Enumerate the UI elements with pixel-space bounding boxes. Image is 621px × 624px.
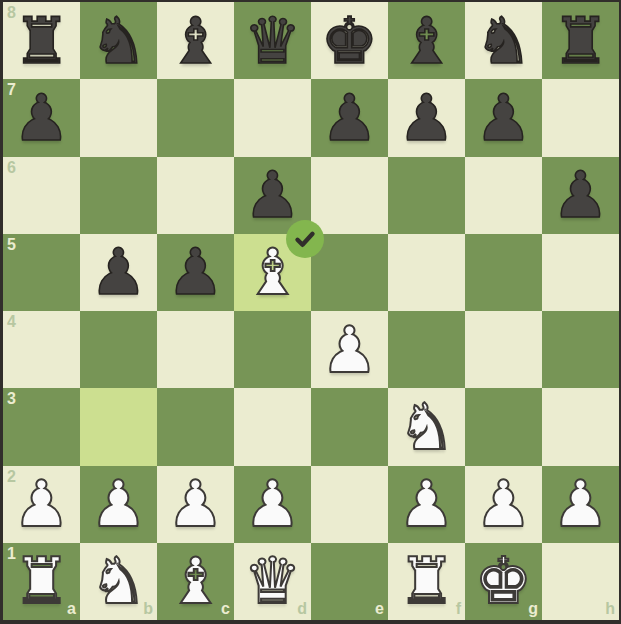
black-pawn[interactable]: ♟: [388, 79, 465, 156]
square-c6[interactable]: [157, 157, 234, 234]
square-g8[interactable]: ♞: [465, 2, 542, 79]
white-pawn[interactable]: ♟: [388, 466, 465, 543]
square-a5[interactable]: 5: [3, 234, 80, 311]
square-b1[interactable]: ♞b: [80, 543, 157, 620]
square-e7[interactable]: ♟: [311, 79, 388, 156]
square-f2[interactable]: ♟: [388, 466, 465, 543]
square-b6[interactable]: [80, 157, 157, 234]
black-pawn[interactable]: ♟: [311, 79, 388, 156]
white-bishop[interactable]: ♝: [157, 543, 234, 620]
square-d4[interactable]: [234, 311, 311, 388]
square-a8[interactable]: ♜8: [3, 2, 80, 79]
square-b8[interactable]: ♞: [80, 2, 157, 79]
black-king[interactable]: ♚: [311, 2, 388, 79]
square-h5[interactable]: [542, 234, 619, 311]
square-d5[interactable]: ♝: [234, 234, 311, 311]
white-bishop[interactable]: ♝: [234, 234, 311, 311]
white-pawn[interactable]: ♟: [465, 466, 542, 543]
black-pawn[interactable]: ♟: [80, 234, 157, 311]
white-pawn[interactable]: ♟: [542, 466, 619, 543]
square-h4[interactable]: [542, 311, 619, 388]
square-h3[interactable]: [542, 388, 619, 465]
square-g3[interactable]: [465, 388, 542, 465]
square-c3[interactable]: [157, 388, 234, 465]
black-pawn[interactable]: ♟: [3, 79, 80, 156]
rank-label-3: 3: [7, 391, 16, 407]
square-f5[interactable]: [388, 234, 465, 311]
black-knight[interactable]: ♞: [465, 2, 542, 79]
square-d6[interactable]: ♟: [234, 157, 311, 234]
square-c1[interactable]: ♝c: [157, 543, 234, 620]
black-pawn[interactable]: ♟: [465, 79, 542, 156]
black-pawn[interactable]: ♟: [157, 234, 234, 311]
square-h6[interactable]: ♟: [542, 157, 619, 234]
white-knight[interactable]: ♞: [80, 543, 157, 620]
square-b2[interactable]: ♟: [80, 466, 157, 543]
chess-board: ♜8♞♝♛♚♝♞♜♟7♟♟♟6♟♟5♟♟♝4♟3♞♟2♟♟♟♟♟♟♜1a♞b♝c…: [3, 2, 619, 620]
square-e2[interactable]: [311, 466, 388, 543]
white-queen[interactable]: ♛: [234, 543, 311, 620]
square-d3[interactable]: [234, 388, 311, 465]
square-d2[interactable]: ♟: [234, 466, 311, 543]
black-pawn[interactable]: ♟: [234, 157, 311, 234]
square-h8[interactable]: ♜: [542, 2, 619, 79]
square-h2[interactable]: ♟: [542, 466, 619, 543]
square-a2[interactable]: ♟2: [3, 466, 80, 543]
black-pawn[interactable]: ♟: [542, 157, 619, 234]
square-d8[interactable]: ♛: [234, 2, 311, 79]
white-rook[interactable]: ♜: [3, 543, 80, 620]
rank-label-4: 4: [7, 314, 16, 330]
square-h7[interactable]: [542, 79, 619, 156]
square-c7[interactable]: [157, 79, 234, 156]
black-bishop[interactable]: ♝: [388, 2, 465, 79]
square-f7[interactable]: ♟: [388, 79, 465, 156]
square-g2[interactable]: ♟: [465, 466, 542, 543]
square-g4[interactable]: [465, 311, 542, 388]
square-f4[interactable]: [388, 311, 465, 388]
black-queen[interactable]: ♛: [234, 2, 311, 79]
square-e4[interactable]: ♟: [311, 311, 388, 388]
white-rook[interactable]: ♜: [388, 543, 465, 620]
square-b5[interactable]: ♟: [80, 234, 157, 311]
square-e6[interactable]: [311, 157, 388, 234]
black-bishop[interactable]: ♝: [157, 2, 234, 79]
square-a4[interactable]: 4: [3, 311, 80, 388]
white-knight[interactable]: ♞: [388, 388, 465, 465]
square-a6[interactable]: 6: [3, 157, 80, 234]
black-rook[interactable]: ♜: [3, 2, 80, 79]
square-a3[interactable]: 3: [3, 388, 80, 465]
white-pawn[interactable]: ♟: [234, 466, 311, 543]
white-pawn[interactable]: ♟: [80, 466, 157, 543]
square-b3[interactable]: [80, 388, 157, 465]
square-f3[interactable]: ♞: [388, 388, 465, 465]
square-b7[interactable]: [80, 79, 157, 156]
square-f6[interactable]: [388, 157, 465, 234]
square-e1[interactable]: e: [311, 543, 388, 620]
square-g7[interactable]: ♟: [465, 79, 542, 156]
square-c2[interactable]: ♟: [157, 466, 234, 543]
square-g1[interactable]: ♚g: [465, 543, 542, 620]
square-h1[interactable]: h: [542, 543, 619, 620]
square-d1[interactable]: ♛d: [234, 543, 311, 620]
black-rook[interactable]: ♜: [542, 2, 619, 79]
white-pawn[interactable]: ♟: [311, 311, 388, 388]
square-f1[interactable]: ♜f: [388, 543, 465, 620]
square-c5[interactable]: ♟: [157, 234, 234, 311]
square-g5[interactable]: [465, 234, 542, 311]
square-a7[interactable]: ♟7: [3, 79, 80, 156]
white-pawn[interactable]: ♟: [157, 466, 234, 543]
white-king[interactable]: ♚: [465, 543, 542, 620]
square-a1[interactable]: ♜1a: [3, 543, 80, 620]
rank-label-5: 5: [7, 237, 16, 253]
white-pawn[interactable]: ♟: [3, 466, 80, 543]
square-c8[interactable]: ♝: [157, 2, 234, 79]
file-label-e: e: [375, 601, 384, 617]
square-d7[interactable]: [234, 79, 311, 156]
file-label-h: h: [605, 601, 615, 617]
square-e8[interactable]: ♚: [311, 2, 388, 79]
square-e5[interactable]: [311, 234, 388, 311]
black-knight[interactable]: ♞: [80, 2, 157, 79]
square-e3[interactable]: [311, 388, 388, 465]
square-g6[interactable]: [465, 157, 542, 234]
square-b4[interactable]: [80, 311, 157, 388]
square-f8[interactable]: ♝: [388, 2, 465, 79]
chess-app-canvas: { "game": "chess", "board_theme": "green…: [0, 0, 621, 624]
rank-label-6: 6: [7, 160, 16, 176]
square-c4[interactable]: [157, 311, 234, 388]
